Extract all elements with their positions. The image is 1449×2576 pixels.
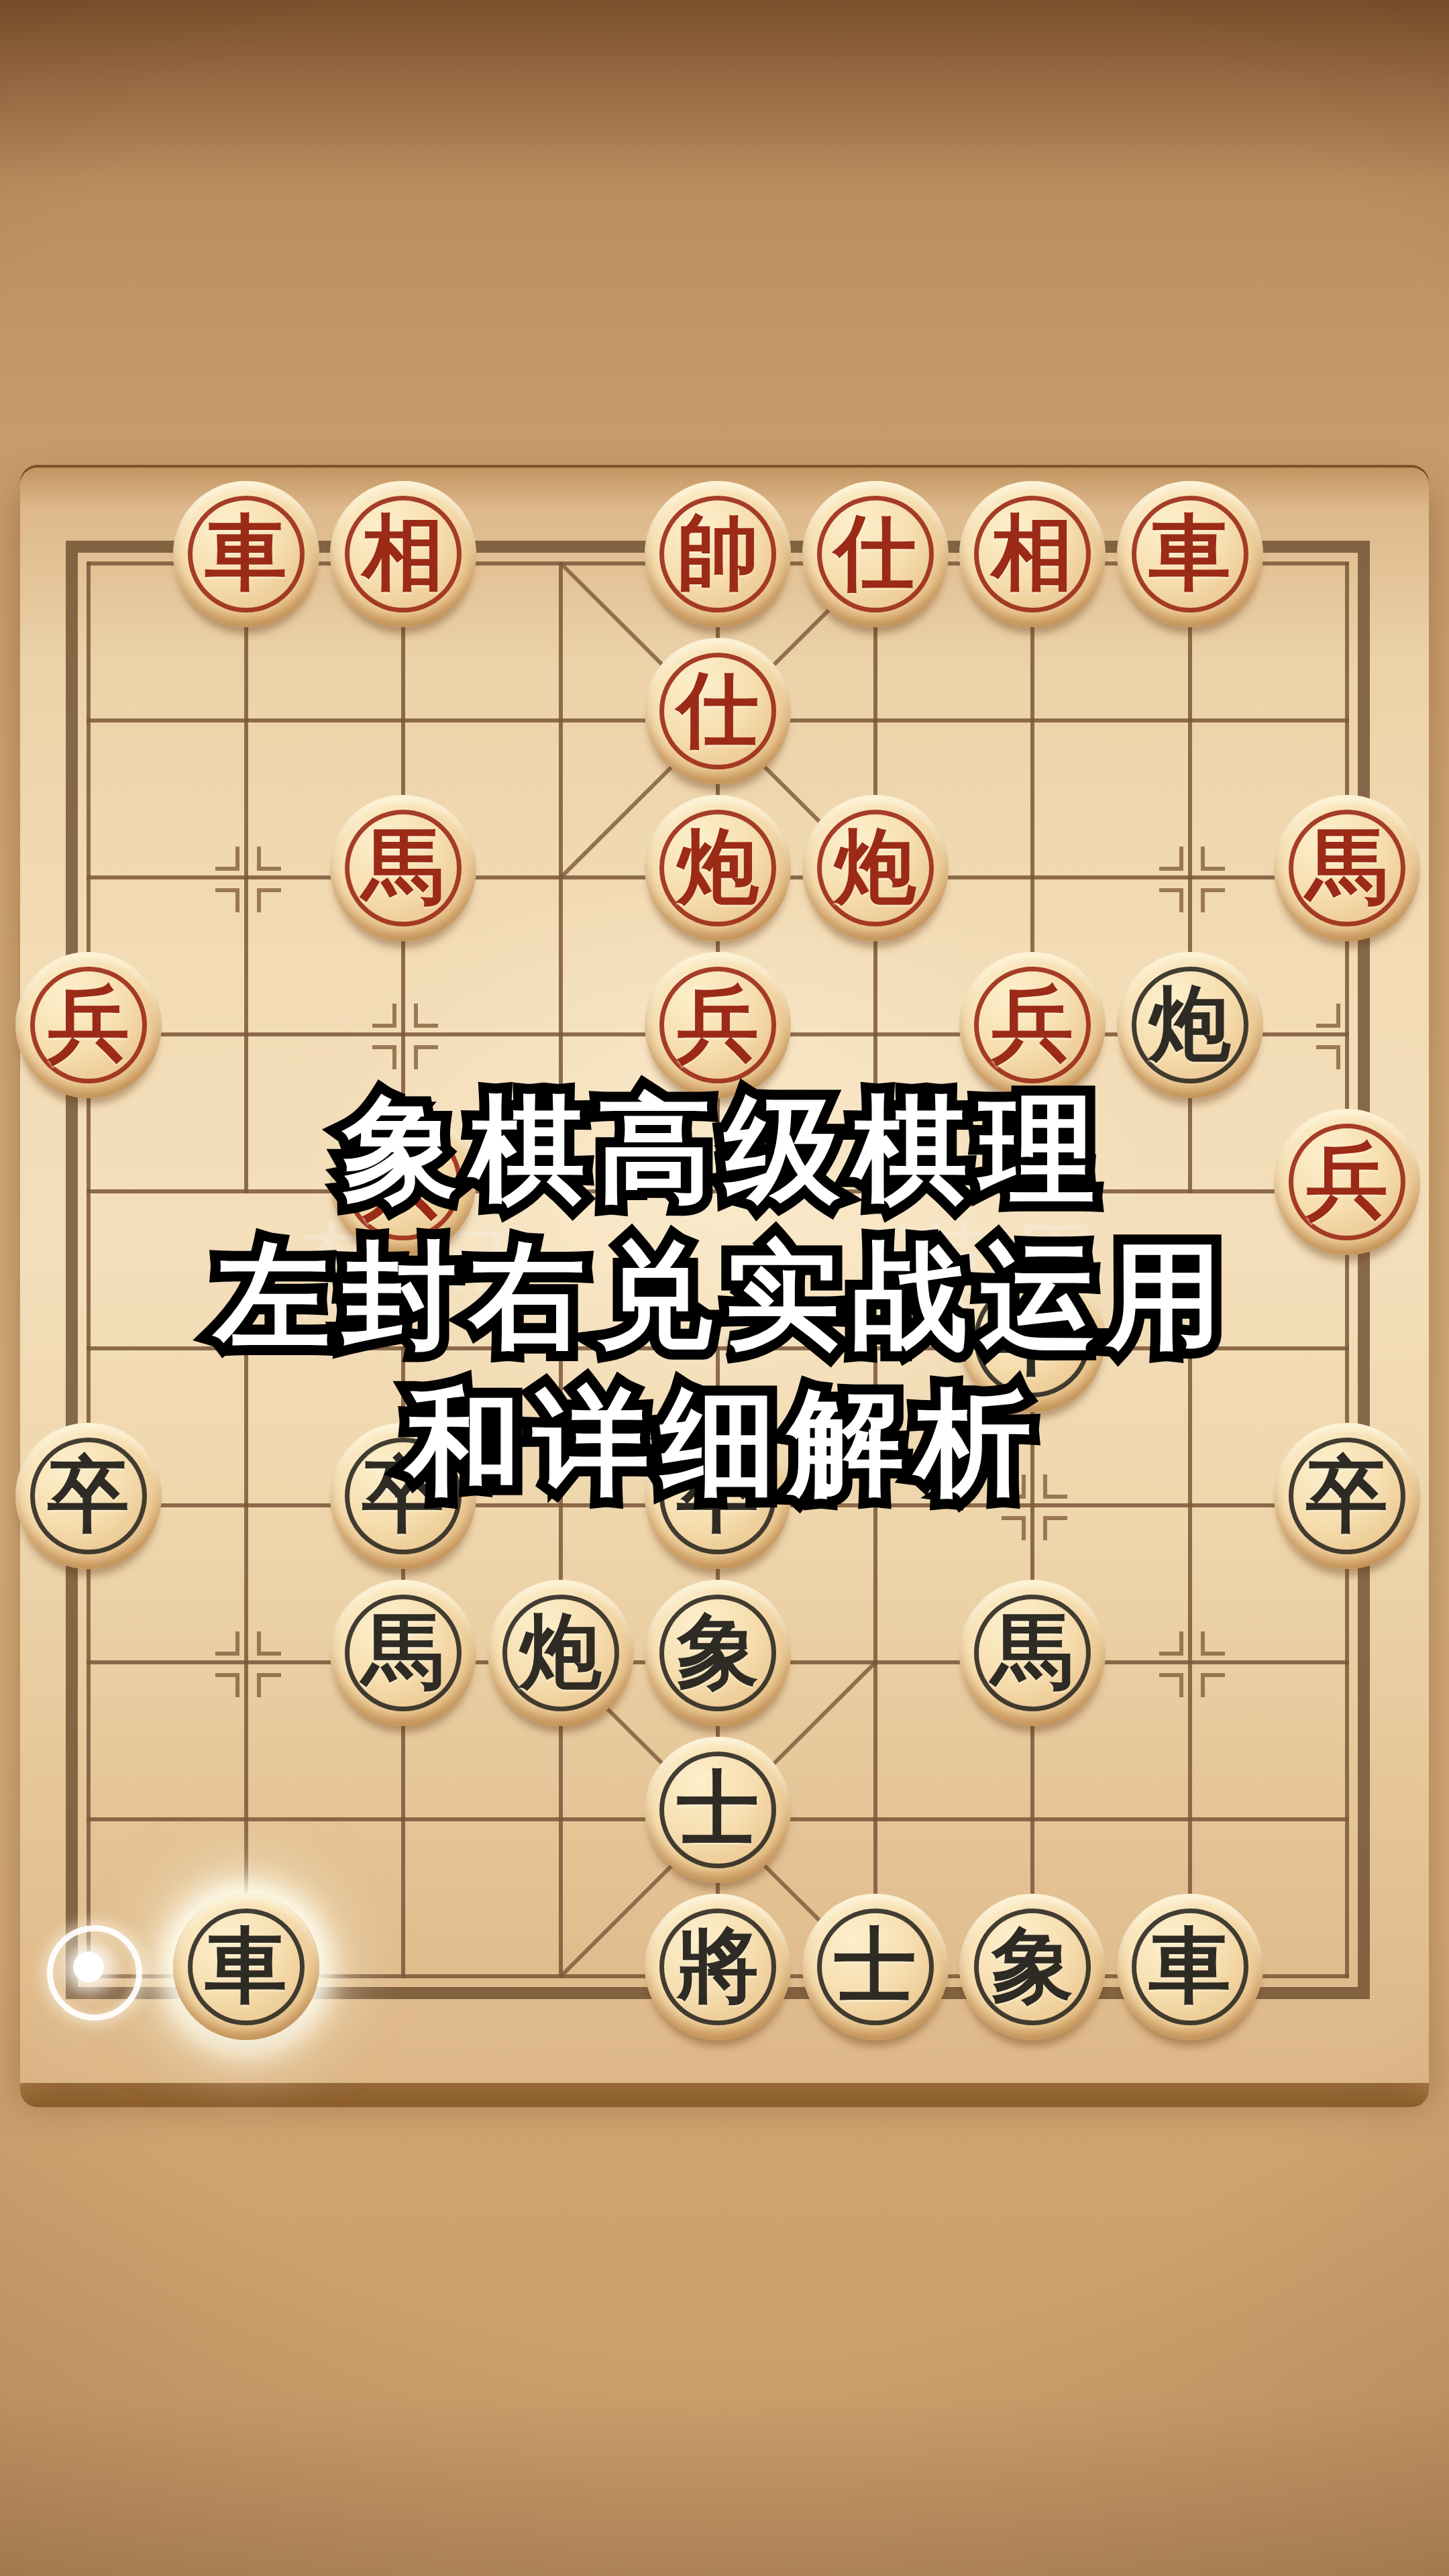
piece-glyph: 兵 [330,1109,476,1255]
grid-vline-bottom [1188,1346,1192,1978]
piece-glyph: 相 [959,481,1106,627]
piece-glyph: 將 [645,1894,791,2040]
piece-black-advisor[interactable]: 士 [645,1737,791,1883]
board-side-edge [20,2083,1429,2107]
grid-vline [1345,561,1349,1978]
piece-glyph: 馬 [959,1580,1106,1726]
star-point-mark [1201,1673,1225,1697]
star-point-mark [1159,1631,1183,1656]
piece-red-soldier[interactable]: 兵 [959,952,1106,1098]
star-point-mark [414,1004,438,1028]
piece-black-soldier[interactable]: 卒 [1274,1423,1420,1569]
piece-glyph: 仕 [645,638,791,784]
piece-black-elephant[interactable]: 象 [959,1894,1106,2040]
piece-red-cannon[interactable]: 炮 [645,795,791,941]
star-point-mark [215,1673,239,1697]
piece-red-general[interactable]: 帥 [645,481,791,627]
piece-red-chariot[interactable]: 車 [1117,481,1263,627]
grid-vline-top [1188,561,1192,1193]
star-point-mark [215,888,239,912]
star-point-mark [414,1045,438,1069]
piece-black-general[interactable]: 將 [645,1894,791,2040]
piece-glyph: 帥 [645,481,791,627]
piece-glyph: 象 [645,1580,791,1726]
piece-glyph: 馬 [1274,795,1420,941]
piece-glyph: 兵 [645,952,791,1098]
piece-glyph: 卒 [959,1266,1106,1412]
piece-black-soldier[interactable]: 卒 [15,1423,162,1569]
star-point-mark [257,847,281,871]
piece-glyph: 象 [959,1894,1106,2040]
star-point-mark [1316,1045,1340,1069]
piece-glyph: 兵 [1274,1109,1420,1255]
star-point-mark [1043,1516,1067,1540]
star-point-mark [1159,1673,1183,1697]
piece-black-horse[interactable]: 馬 [959,1580,1106,1726]
piece-black-advisor[interactable]: 士 [802,1894,949,2040]
piece-glyph: 仕 [802,481,949,627]
star-point-mark [1002,1516,1026,1540]
piece-glyph: 車 [1117,481,1263,627]
grid-vline-bottom [244,1346,248,1978]
piece-black-cannon[interactable]: 炮 [488,1580,634,1726]
last-move-origin-glow-dot [73,1951,104,1982]
piece-black-soldier[interactable]: 卒 [959,1266,1106,1412]
star-point-mark [257,888,281,912]
star-point-mark [372,1004,396,1028]
star-point-mark [257,1673,281,1697]
star-point-mark [1201,888,1225,912]
piece-glyph: 士 [802,1894,949,2040]
piece-red-advisor[interactable]: 仕 [802,481,949,627]
piece-red-soldier[interactable]: 兵 [330,1109,476,1255]
grid-vline-top [244,561,248,1193]
piece-glyph: 車 [1117,1894,1263,2040]
piece-glyph: 車 [173,1894,319,2040]
piece-red-elephant[interactable]: 相 [959,481,1106,627]
piece-red-horse[interactable]: 馬 [1274,795,1420,941]
star-point-mark [257,1631,281,1656]
piece-red-horse[interactable]: 馬 [330,795,476,941]
piece-black-cannon[interactable]: 炮 [1117,952,1263,1098]
star-point-mark [1316,1004,1340,1028]
piece-black-soldier[interactable]: 卒 [330,1423,476,1569]
star-point-mark [215,1631,239,1656]
piece-red-chariot[interactable]: 車 [173,481,319,627]
piece-glyph: 車 [173,481,319,627]
piece-glyph: 炮 [802,795,949,941]
piece-glyph: 馬 [330,795,476,941]
star-point-mark [372,1045,396,1069]
star-point-mark [1159,847,1183,871]
piece-glyph: 兵 [959,952,1106,1098]
grid-vline-top [1030,561,1034,1193]
piece-glyph: 卒 [15,1423,162,1569]
piece-red-soldier[interactable]: 兵 [645,952,791,1098]
star-point-mark [1201,1631,1225,1656]
xiangqi-board[interactable]: 楚河漢界 車相帥仕相車仕馬炮炮馬兵兵兵炮兵兵卒卒卒卒卒馬炮象馬士車將士象車 [20,468,1429,2083]
star-point-mark [1201,847,1225,871]
star-point-mark [1159,888,1183,912]
piece-glyph: 炮 [1117,952,1263,1098]
piece-black-chariot[interactable]: 車 [1117,1894,1263,2040]
screenshot-root: 楚河漢界 車相帥仕相車仕馬炮炮馬兵兵兵炮兵兵卒卒卒卒卒馬炮象馬士車將士象車 象棋… [0,0,1449,2576]
piece-black-elephant[interactable]: 象 [645,1580,791,1726]
piece-red-elephant[interactable]: 相 [330,481,476,627]
piece-black-chariot[interactable]: 車 [173,1894,319,2040]
piece-glyph: 相 [330,481,476,627]
piece-glyph: 炮 [488,1580,634,1726]
star-point-mark [1002,1474,1026,1499]
grid-vline [87,561,91,1978]
piece-black-soldier[interactable]: 卒 [645,1423,791,1569]
piece-glyph: 卒 [330,1423,476,1569]
star-point-mark [1043,1474,1067,1499]
piece-red-soldier[interactable]: 兵 [1274,1109,1420,1255]
piece-red-cannon[interactable]: 炮 [802,795,949,941]
piece-black-horse[interactable]: 馬 [330,1580,476,1726]
piece-glyph: 卒 [645,1423,791,1569]
piece-red-advisor[interactable]: 仕 [645,638,791,784]
piece-glyph: 士 [645,1737,791,1883]
piece-glyph: 炮 [645,795,791,941]
piece-red-soldier[interactable]: 兵 [15,952,162,1098]
piece-glyph: 兵 [15,952,162,1098]
piece-glyph: 卒 [1274,1423,1420,1569]
star-point-mark [215,847,239,871]
piece-glyph: 馬 [330,1580,476,1726]
